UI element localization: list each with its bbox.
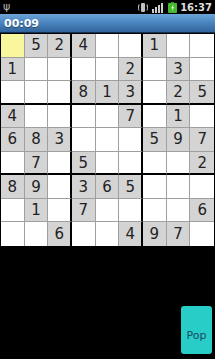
cell-r3c6[interactable]: 3 xyxy=(119,81,143,105)
vibrate-icon xyxy=(137,0,149,17)
cell-r9c5[interactable] xyxy=(96,222,120,246)
cell-r4c3[interactable] xyxy=(48,105,72,129)
cell-r5c9[interactable]: 7 xyxy=(190,128,214,152)
cell-r9c3[interactable]: 6 xyxy=(48,222,72,246)
cell-r5c6[interactable] xyxy=(119,128,143,152)
cell-r1c6[interactable] xyxy=(119,34,143,58)
cell-r1c3[interactable]: 2 xyxy=(48,34,72,58)
cell-r5c7[interactable]: 5 xyxy=(143,128,167,152)
cell-r4c4[interactable] xyxy=(72,105,96,129)
status-bar-left: ψ xyxy=(3,2,137,12)
cell-r8c9[interactable]: 6 xyxy=(190,199,214,223)
cell-r7c6[interactable]: 5 xyxy=(119,175,143,199)
cell-r3c8[interactable]: 2 xyxy=(167,81,191,105)
cell-r7c8[interactable] xyxy=(167,175,191,199)
cell-r1c4[interactable]: 4 xyxy=(72,34,96,58)
cell-r2c7[interactable] xyxy=(143,58,167,82)
cell-r6c1[interactable] xyxy=(1,152,25,176)
cell-r5c2[interactable]: 8 xyxy=(25,128,49,152)
cell-r7c5[interactable]: 6 xyxy=(96,175,120,199)
cell-r4c5[interactable] xyxy=(96,105,120,129)
cell-r5c5[interactable] xyxy=(96,128,120,152)
cell-r5c3[interactable]: 3 xyxy=(48,128,72,152)
cell-r8c8[interactable] xyxy=(167,199,191,223)
cell-r9c8[interactable]: 7 xyxy=(167,222,191,246)
cell-r2c4[interactable] xyxy=(72,58,96,82)
cell-r4c8[interactable]: 1 xyxy=(167,105,191,129)
cell-r2c3[interactable] xyxy=(48,58,72,82)
cell-r3c1[interactable] xyxy=(1,81,25,105)
battery-charging-icon xyxy=(168,0,177,17)
cell-r2c2[interactable] xyxy=(25,58,49,82)
cell-r8c5[interactable] xyxy=(96,199,120,223)
pop-button[interactable]: Pop xyxy=(181,306,212,354)
cell-r3c5[interactable]: 1 xyxy=(96,81,120,105)
cell-r2c6[interactable]: 2 xyxy=(119,58,143,82)
cell-r9c6[interactable]: 4 xyxy=(119,222,143,246)
cell-r8c1[interactable] xyxy=(1,199,25,223)
cell-r7c9[interactable] xyxy=(190,175,214,199)
cell-r6c4[interactable]: 5 xyxy=(72,152,96,176)
cell-r9c2[interactable] xyxy=(25,222,49,246)
cell-r6c8[interactable] xyxy=(167,152,191,176)
cell-r6c9[interactable]: 2 xyxy=(190,152,214,176)
cell-r9c7[interactable]: 9 xyxy=(143,222,167,246)
cell-r7c2[interactable]: 9 xyxy=(25,175,49,199)
cell-r9c1[interactable] xyxy=(1,222,25,246)
status-bar-right: 16:37 xyxy=(137,0,212,17)
phone-screen: ψ xyxy=(0,0,215,359)
cell-r3c9[interactable]: 5 xyxy=(190,81,214,105)
clock-text: 16:37 xyxy=(180,2,212,13)
timer-bar: 00:09 xyxy=(0,14,215,33)
cell-r4c2[interactable] xyxy=(25,105,49,129)
cell-r5c4[interactable] xyxy=(72,128,96,152)
cell-r7c7[interactable] xyxy=(143,175,167,199)
cell-r2c8[interactable]: 3 xyxy=(167,58,191,82)
cell-r7c1[interactable]: 8 xyxy=(1,175,25,199)
cell-r5c8[interactable]: 9 xyxy=(167,128,191,152)
signal-strength-icon xyxy=(152,0,165,17)
cell-r1c2[interactable]: 5 xyxy=(25,34,49,58)
cell-r3c3[interactable] xyxy=(48,81,72,105)
cell-r9c9[interactable] xyxy=(190,222,214,246)
cell-r8c2[interactable]: 1 xyxy=(25,199,49,223)
cell-r8c6[interactable] xyxy=(119,199,143,223)
cell-r3c4[interactable]: 8 xyxy=(72,81,96,105)
cell-r7c3[interactable] xyxy=(48,175,72,199)
cell-r2c9[interactable] xyxy=(190,58,214,82)
cell-r4c1[interactable]: 4 xyxy=(1,105,25,129)
cell-r6c3[interactable] xyxy=(48,152,72,176)
usb-icon: ψ xyxy=(3,2,10,12)
cell-r1c8[interactable] xyxy=(167,34,191,58)
cell-r1c5[interactable] xyxy=(96,34,120,58)
cell-r4c9[interactable] xyxy=(190,105,214,129)
cell-r2c1[interactable]: 1 xyxy=(1,58,25,82)
cell-r7c4[interactable]: 3 xyxy=(72,175,96,199)
cell-r1c9[interactable] xyxy=(190,34,214,58)
sudoku-board: 524112381325471683597752893651766497 xyxy=(0,33,215,247)
cell-r8c4[interactable]: 7 xyxy=(72,199,96,223)
cell-r2c5[interactable] xyxy=(96,58,120,82)
cell-r6c6[interactable] xyxy=(119,152,143,176)
cell-r6c7[interactable] xyxy=(143,152,167,176)
cell-r6c2[interactable]: 7 xyxy=(25,152,49,176)
cell-r5c1[interactable]: 6 xyxy=(1,128,25,152)
cell-r3c2[interactable] xyxy=(25,81,49,105)
cell-r9c4[interactable] xyxy=(72,222,96,246)
cell-r4c6[interactable]: 7 xyxy=(119,105,143,129)
cell-r4c7[interactable] xyxy=(143,105,167,129)
status-bar: ψ xyxy=(0,0,215,14)
bottom-panel: Pop xyxy=(0,247,215,359)
cell-r8c3[interactable] xyxy=(48,199,72,223)
cell-r6c5[interactable] xyxy=(96,152,120,176)
cell-r8c7[interactable] xyxy=(143,199,167,223)
cell-r1c1[interactable] xyxy=(1,34,25,58)
timer-text: 00:09 xyxy=(4,17,39,30)
cell-r3c7[interactable] xyxy=(143,81,167,105)
cell-r1c7[interactable]: 1 xyxy=(143,34,167,58)
